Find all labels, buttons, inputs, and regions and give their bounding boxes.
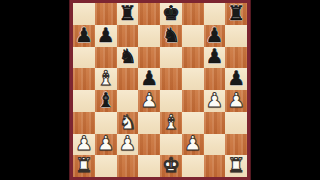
white-bishop[interactable]: ♝ [162,112,180,132]
square-b2[interactable]: ♟ [95,134,117,156]
square-g6[interactable]: ♟ [204,47,226,69]
square-b7[interactable]: ♟ [95,25,117,47]
white-pawn[interactable]: ♟ [118,133,136,153]
square-e2[interactable] [160,134,182,156]
square-d3[interactable] [138,112,160,134]
square-h6[interactable] [225,47,247,69]
square-f6[interactable] [182,47,204,69]
black-rook[interactable]: ♜ [118,3,136,23]
square-c4[interactable] [117,90,139,112]
square-f4[interactable] [182,90,204,112]
square-a3[interactable] [73,112,95,134]
white-pawn[interactable]: ♟ [227,90,245,110]
square-d8[interactable] [138,3,160,25]
black-pawn[interactable]: ♟ [75,25,93,45]
square-d5[interactable]: ♟ [138,68,160,90]
square-e5[interactable] [160,68,182,90]
square-a4[interactable] [73,90,95,112]
square-g5[interactable] [204,68,226,90]
square-g3[interactable] [204,112,226,134]
square-a1[interactable]: ♜ [73,155,95,177]
black-pawn[interactable]: ♟ [227,68,245,88]
square-c2[interactable]: ♟ [117,134,139,156]
white-bishop[interactable]: ♝ [97,68,115,88]
square-f3[interactable] [182,112,204,134]
letterboxed-video-frame: ♜♚♜♟♟♞♟♞♟♝♟♟♝♟♟♟♞♝♟♟♟♟♜♚♜ [0,0,320,180]
white-king[interactable]: ♚ [162,155,180,175]
square-a5[interactable] [73,68,95,90]
square-h3[interactable] [225,112,247,134]
square-d7[interactable] [138,25,160,47]
square-b4[interactable]: ♝ [95,90,117,112]
square-f2[interactable]: ♟ [182,134,204,156]
white-pawn[interactable]: ♟ [97,133,115,153]
square-d2[interactable] [138,134,160,156]
square-c8[interactable]: ♜ [117,3,139,25]
black-pawn[interactable]: ♟ [205,46,223,66]
square-c5[interactable] [117,68,139,90]
square-h2[interactable] [225,134,247,156]
square-e8[interactable]: ♚ [160,3,182,25]
square-h5[interactable]: ♟ [225,68,247,90]
black-rook[interactable]: ♜ [227,3,245,23]
square-g1[interactable] [204,155,226,177]
square-e4[interactable] [160,90,182,112]
white-pawn[interactable]: ♟ [75,133,93,153]
square-f8[interactable] [182,3,204,25]
square-b8[interactable] [95,3,117,25]
square-e1[interactable]: ♚ [160,155,182,177]
black-pawn[interactable]: ♟ [97,25,115,45]
square-a2[interactable]: ♟ [73,134,95,156]
black-knight[interactable]: ♞ [162,25,180,45]
chess-board: ♜♚♜♟♟♞♟♞♟♝♟♟♝♟♟♟♞♝♟♟♟♟♜♚♜ [70,0,250,180]
square-g4[interactable]: ♟ [204,90,226,112]
square-f1[interactable] [182,155,204,177]
white-knight[interactable]: ♞ [118,112,136,132]
white-rook[interactable]: ♜ [75,155,93,175]
white-pawn[interactable]: ♟ [205,90,223,110]
square-g8[interactable] [204,3,226,25]
square-c3[interactable]: ♞ [117,112,139,134]
square-h7[interactable] [225,25,247,47]
white-pawn[interactable]: ♟ [140,90,158,110]
square-a7[interactable]: ♟ [73,25,95,47]
square-b5[interactable]: ♝ [95,68,117,90]
white-pawn[interactable]: ♟ [184,133,202,153]
square-e7[interactable]: ♞ [160,25,182,47]
black-pawn[interactable]: ♟ [205,25,223,45]
square-g7[interactable]: ♟ [204,25,226,47]
square-c1[interactable] [117,155,139,177]
square-f5[interactable] [182,68,204,90]
square-f7[interactable] [182,25,204,47]
square-e3[interactable]: ♝ [160,112,182,134]
square-b6[interactable] [95,47,117,69]
square-d6[interactable] [138,47,160,69]
square-h1[interactable]: ♜ [225,155,247,177]
square-d4[interactable]: ♟ [138,90,160,112]
square-d1[interactable] [138,155,160,177]
white-rook[interactable]: ♜ [227,155,245,175]
black-pawn[interactable]: ♟ [140,68,158,88]
square-h4[interactable]: ♟ [225,90,247,112]
square-c7[interactable] [117,25,139,47]
square-c6[interactable]: ♞ [117,47,139,69]
square-b3[interactable] [95,112,117,134]
square-g2[interactable] [204,134,226,156]
square-a6[interactable] [73,47,95,69]
square-b1[interactable] [95,155,117,177]
black-bishop[interactable]: ♝ [97,90,115,110]
square-h8[interactable]: ♜ [225,3,247,25]
square-e6[interactable] [160,47,182,69]
black-king[interactable]: ♚ [162,3,180,23]
black-knight[interactable]: ♞ [118,46,136,66]
square-a8[interactable] [73,3,95,25]
